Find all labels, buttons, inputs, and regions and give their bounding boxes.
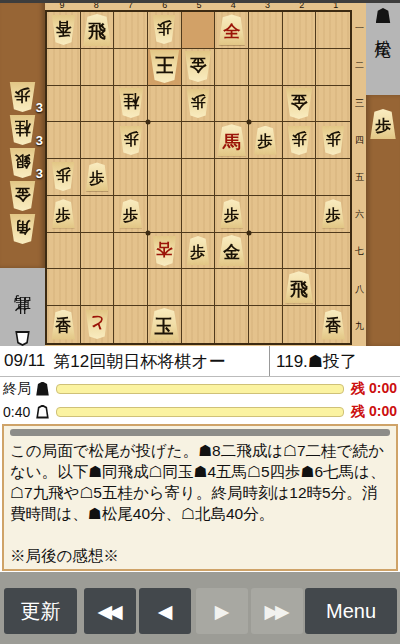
piece-kanji: 香 [55, 20, 71, 36]
piece-gote-歩[interactable]: 歩 [9, 82, 36, 112]
board-square-5-4[interactable] [182, 122, 216, 159]
piece-gote-歩[interactable]: 歩 [152, 15, 176, 44]
hand-piece-gote-銀[interactable]: 銀3 [0, 148, 45, 178]
piece-sente-歩[interactable]: 歩 [220, 199, 244, 228]
hand-piece-gote-金[interactable]: 金 [0, 181, 45, 211]
board-square-5-2[interactable]: 金 [182, 49, 216, 86]
board-square-3-6[interactable] [249, 196, 283, 233]
board-square-3-4[interactable]: 歩 [249, 122, 283, 159]
board-square-5-3[interactable]: 歩 [182, 86, 216, 123]
board-square-7-8[interactable] [114, 269, 148, 306]
piece-sente-歩[interactable]: 歩 [370, 109, 397, 139]
piece-kanji: 歩 [123, 131, 138, 146]
board-square-8-3[interactable] [81, 86, 115, 123]
board-square-1-9[interactable]: 香 [316, 306, 350, 343]
piece-sente-飛[interactable]: 飛 [284, 271, 314, 303]
piece-kanji: 歩 [123, 208, 138, 223]
board-square-9-9[interactable]: 香 [47, 306, 81, 343]
board-square-3-3[interactable] [249, 86, 283, 123]
piece-gote-と[interactable]: と [85, 310, 109, 339]
board-square-9-8[interactable] [47, 269, 81, 306]
piece-gote-金[interactable]: 金 [9, 181, 36, 211]
board-square-9-7[interactable] [47, 233, 81, 270]
piece-sente-歩[interactable]: 歩 [253, 126, 277, 155]
board-square-5-1[interactable] [182, 12, 216, 49]
board-square-5-6[interactable] [182, 196, 216, 233]
board-square-6-4[interactable] [148, 122, 182, 159]
piece-kanji: 香 [325, 318, 341, 334]
piece-kanji: 飛 [88, 22, 106, 40]
sente-hand-pieces: 歩 [366, 109, 400, 139]
piece-gote-桂[interactable]: 桂 [9, 115, 36, 145]
hoshi-dot [145, 230, 150, 235]
piece-kanji: 金 [223, 244, 240, 261]
hand-piece-count: 3 [36, 166, 43, 181]
game-info-bar: 09/11 第12回朝日杯将棋オー 119.☗投了 [0, 346, 400, 377]
board-square-7-6[interactable]: 歩 [114, 196, 148, 233]
board-square-8-8[interactable] [81, 269, 115, 306]
board-square-5-9[interactable] [182, 306, 216, 343]
rank-coordinate-labels: 一二三四五六七八九 [353, 10, 366, 345]
black-piece-icon [376, 8, 391, 23]
piece-kanji: 金 [15, 187, 31, 203]
board-square-9-6[interactable]: 歩 [47, 196, 81, 233]
sente-nameplate: 松尾 [366, 0, 400, 95]
board-square-1-6[interactable]: 歩 [316, 196, 350, 233]
board-square-9-4[interactable] [47, 122, 81, 159]
board-square-7-2[interactable] [114, 49, 148, 86]
board-square-1-1[interactable] [316, 12, 350, 49]
piece-kanji: 歩 [157, 21, 172, 36]
hand-piece-count: 3 [36, 133, 43, 148]
board-square-1-3[interactable] [316, 86, 350, 123]
piece-kanji: 杏 [156, 241, 172, 257]
rewind-button[interactable]: ◀◀ [84, 588, 136, 634]
previous-move-button[interactable]: ◀ [139, 588, 191, 634]
board-square-2-7[interactable] [283, 233, 317, 270]
menu-button[interactable]: Menu [305, 588, 397, 634]
piece-sente-全[interactable]: 全 [218, 14, 246, 45]
piece-gote-角[interactable]: 角 [9, 214, 36, 244]
hoshi-dot [145, 120, 150, 125]
board-square-3-5[interactable] [249, 159, 283, 196]
piece-sente-歩[interactable]: 歩 [186, 236, 210, 265]
piece-kanji: 金 [189, 57, 206, 74]
hand-piece-count: 3 [36, 100, 43, 115]
hoshi-dot [246, 120, 251, 125]
board-square-2-9[interactable] [283, 306, 317, 343]
previous-icon: ◀ [158, 600, 173, 623]
piece-sente-歩[interactable]: 歩 [85, 162, 109, 191]
board-square-1-5[interactable] [316, 159, 350, 196]
sente-remaining-time: 残 0:00 [351, 380, 397, 398]
rank-label: 二 [353, 47, 366, 84]
commentary-text: この局面で松尾が投げた。☗8二飛成は☖7二桂で続かない。以下☗同飛成☖同玉☗4五… [10, 440, 390, 567]
board-square-4-8[interactable] [215, 269, 249, 306]
piece-kanji: 飛 [290, 280, 308, 298]
piece-kanji: 歩 [190, 245, 205, 260]
sente-player-name: 松尾 [375, 26, 392, 32]
next-icon: ▶ [215, 600, 230, 623]
piece-sente-歩[interactable]: 歩 [51, 199, 75, 228]
board-square-8-2[interactable] [81, 49, 115, 86]
piece-kanji: 桂 [15, 121, 31, 137]
board-square-2-6[interactable] [283, 196, 317, 233]
game-event: 第12回朝日杯将棋オー [53, 350, 225, 373]
board-square-3-2[interactable] [249, 49, 283, 86]
piece-sente-香[interactable]: 香 [321, 310, 346, 340]
hand-piece-gote-角[interactable]: 角 [0, 214, 45, 244]
board-square-4-7[interactable]: 金 [215, 233, 249, 270]
piece-gote-歩[interactable]: 歩 [186, 89, 210, 118]
piece-gote-歩[interactable]: 歩 [321, 126, 345, 155]
hand-piece-gote-桂[interactable]: 桂3 [0, 115, 45, 145]
gote-hand-pieces: 歩3桂3銀3金角 [0, 82, 45, 244]
board-square-4-9[interactable] [215, 306, 249, 343]
board-square-3-7[interactable] [249, 233, 283, 270]
board-square-8-6[interactable] [81, 196, 115, 233]
navigation-bar: 更新 ◀◀ ◀ ▶ ▶▶ Menu [0, 572, 400, 644]
board-square-1-2[interactable] [316, 49, 350, 86]
board-square-4-1[interactable]: 全 [215, 12, 249, 49]
piece-kanji: 銀 [15, 154, 31, 170]
shogi-board[interactable]: 香飛歩全王金桂歩金歩馬歩歩歩歩歩歩歩歩歩杏歩金飛香と玉香 [45, 10, 352, 345]
board-square-2-4[interactable]: 歩 [283, 122, 317, 159]
piece-sente-歩[interactable]: 歩 [119, 199, 143, 228]
piece-sente-歩[interactable]: 歩 [321, 199, 345, 228]
piece-gote-歩[interactable]: 歩 [119, 126, 143, 155]
board-square-9-2[interactable] [47, 49, 81, 86]
piece-kanji: 全 [223, 23, 240, 40]
board-square-1-7[interactable] [316, 233, 350, 270]
board-square-6-9[interactable]: 玉 [148, 306, 182, 343]
board-square-4-5[interactable] [215, 159, 249, 196]
board-square-7-1[interactable] [114, 12, 148, 49]
gote-player-name: 北島 [14, 322, 31, 328]
gote-clock-label: 0:40 [3, 404, 36, 420]
gote-captured-stand: 歩3桂3銀3金角 [0, 0, 45, 268]
piece-kanji: と [89, 315, 105, 331]
board-square-8-5[interactable]: 歩 [81, 159, 115, 196]
board-square-9-5[interactable]: 歩 [47, 159, 81, 196]
piece-kanji: 歩 [15, 88, 31, 104]
sente-clock-row: 終局 残 0:00 [0, 377, 400, 400]
piece-gote-銀[interactable]: 銀 [9, 148, 36, 178]
rewind-icon: ◀◀ [97, 600, 122, 623]
game-date: 09/11 [4, 351, 45, 371]
board-square-1-4[interactable]: 歩 [316, 122, 350, 159]
board-square-6-3[interactable] [148, 86, 182, 123]
fast-forward-button[interactable]: ▶▶ [251, 588, 303, 634]
hand-piece-sente-歩[interactable]: 歩 [366, 109, 400, 139]
piece-gote-歩[interactable]: 歩 [287, 126, 311, 155]
piece-gote-杏[interactable]: 杏 [152, 236, 177, 266]
board-square-4-2[interactable] [215, 49, 249, 86]
top-edge-strip [0, 0, 400, 3]
board-square-5-7[interactable]: 歩 [182, 233, 216, 270]
black-piece-icon [36, 382, 49, 396]
rank-label: 八 [353, 271, 366, 308]
board-square-3-9[interactable] [249, 306, 283, 343]
board-square-7-4[interactable]: 歩 [114, 122, 148, 159]
piece-sente-金[interactable]: 金 [218, 235, 246, 266]
board-square-4-3[interactable] [215, 86, 249, 123]
board-square-9-1[interactable]: 香 [47, 12, 81, 49]
rank-label: 三 [353, 84, 366, 121]
piece-gote-香[interactable]: 香 [51, 15, 76, 45]
board-square-2-1[interactable] [283, 12, 317, 49]
white-piece-icon [15, 331, 30, 346]
rank-label: 一 [353, 10, 366, 47]
rank-label: 五 [353, 159, 366, 196]
piece-kanji: 歩 [89, 171, 104, 186]
scrollbar-thumb[interactable] [10, 429, 390, 436]
white-piece-icon [36, 405, 49, 419]
piece-gote-王[interactable]: 王 [149, 50, 180, 83]
piece-sente-香[interactable]: 香 [51, 310, 76, 340]
board-square-2-2[interactable] [283, 49, 317, 86]
piece-kanji: 金 [290, 93, 307, 110]
piece-kanji: 玉 [155, 317, 174, 336]
piece-kanji: 歩 [190, 94, 205, 109]
sente-captured-stand: 歩 [366, 95, 400, 346]
piece-kanji: 桂 [123, 94, 139, 110]
board-square-6-2[interactable]: 王 [148, 49, 182, 86]
hand-piece-gote-歩[interactable]: 歩3 [0, 82, 45, 112]
board-square-3-8[interactable] [249, 269, 283, 306]
piece-kanji: 歩 [258, 134, 273, 149]
piece-kanji: 歩 [56, 168, 71, 183]
rank-label: 四 [353, 122, 366, 159]
piece-kanji: 角 [15, 220, 31, 236]
board-square-9-3[interactable] [47, 86, 81, 123]
commentary-panel[interactable]: この局面で松尾が投げた。☗8二飛成は☖7二桂で続かない。以下☗同飛成☖同玉☗4五… [2, 424, 398, 571]
rank-label: 六 [353, 196, 366, 233]
board-square-2-3[interactable]: 金 [283, 86, 317, 123]
board-square-6-5[interactable] [148, 159, 182, 196]
piece-kanji: 歩 [375, 118, 391, 134]
rank-label: 七 [353, 233, 366, 270]
piece-kanji: 歩 [326, 131, 341, 146]
game-title: 09/11 第12回朝日杯将棋オー [0, 346, 270, 376]
board-square-4-4[interactable]: 馬 [215, 122, 249, 159]
board-square-8-7[interactable] [81, 233, 115, 270]
board-square-6-8[interactable] [148, 269, 182, 306]
hoshi-dot [246, 230, 251, 235]
board-square-7-7[interactable] [114, 233, 148, 270]
refresh-button[interactable]: 更新 [4, 588, 77, 634]
piece-kanji: 歩 [291, 131, 306, 146]
board-square-8-4[interactable] [81, 122, 115, 159]
piece-gote-桂[interactable]: 桂 [118, 88, 144, 118]
piece-kanji: 歩 [224, 208, 239, 223]
gote-remaining-time: 残 0:00 [351, 403, 397, 421]
sente-time-bar [56, 384, 344, 394]
sente-clock-label: 終局 [3, 380, 36, 398]
next-move-button[interactable]: ▶ [196, 588, 248, 634]
piece-sente-馬[interactable]: 馬 [217, 124, 247, 156]
board-square-7-9[interactable] [114, 306, 148, 343]
board-square-5-5[interactable] [182, 159, 216, 196]
board-square-6-6[interactable] [148, 196, 182, 233]
board-square-2-5[interactable] [283, 159, 317, 196]
board-square-5-8[interactable] [182, 269, 216, 306]
piece-sente-玉[interactable]: 玉 [149, 308, 180, 341]
piece-gote-歩[interactable]: 歩 [51, 162, 75, 191]
fast-forward-icon: ▶▶ [264, 600, 289, 623]
piece-gote-金[interactable]: 金 [184, 51, 212, 82]
piece-gote-金[interactable]: 金 [285, 88, 313, 119]
piece-kanji: 歩 [56, 208, 71, 223]
board-square-8-1[interactable]: 飛 [81, 12, 115, 49]
current-move-label: 119.☗投了 [270, 350, 357, 373]
gote-clock-row: 0:40 残 0:00 [0, 400, 400, 423]
gote-nameplate: 北島 [0, 268, 45, 346]
piece-kanji: 香 [55, 318, 71, 334]
shogi-app-screen: 歩3桂3銀3金角 北島 987654321 香飛歩全王金桂歩金歩馬歩歩歩歩歩歩歩… [0, 0, 400, 644]
piece-kanji: 歩 [326, 208, 341, 223]
clock-panel: 終局 残 0:00 0:40 残 0:00 [0, 377, 400, 424]
board-square-6-1[interactable]: 歩 [148, 12, 182, 49]
board-square-7-5[interactable] [114, 159, 148, 196]
piece-kanji: 馬 [223, 133, 241, 151]
board-square-1-8[interactable] [316, 269, 350, 306]
board-square-8-9[interactable]: と [81, 306, 115, 343]
rank-label: 九 [353, 308, 366, 345]
board-square-7-3[interactable]: 桂 [114, 86, 148, 123]
gote-time-bar [56, 407, 344, 417]
board-area: 歩3桂3銀3金角 北島 987654321 香飛歩全王金桂歩金歩馬歩歩歩歩歩歩歩… [0, 0, 400, 346]
board-square-6-7[interactable]: 杏 [148, 233, 182, 270]
piece-sente-飛[interactable]: 飛 [82, 14, 112, 46]
board-square-2-8[interactable]: 飛 [283, 269, 317, 306]
board-square-4-6[interactable]: 歩 [215, 196, 249, 233]
board-square-3-1[interactable] [249, 12, 283, 49]
piece-kanji: 王 [155, 56, 174, 75]
